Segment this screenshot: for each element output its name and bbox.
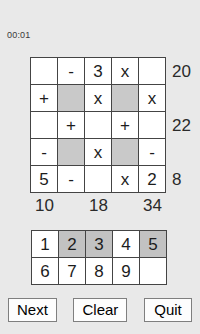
blocked-cell (58, 85, 84, 111)
blocked-cell (112, 85, 138, 111)
button-bar: Next Clear Quit (0, 298, 200, 322)
col-target: 18 (85, 195, 112, 217)
next-button[interactable]: Next (8, 298, 57, 322)
operator-cell: + (31, 85, 57, 111)
operator-cell: + (112, 112, 138, 138)
operator-cell: x (85, 139, 111, 165)
selector-cell[interactable]: 7 (59, 258, 85, 284)
selector-empty-cell (140, 258, 166, 284)
selector-cell[interactable]: 9 (113, 258, 139, 284)
operator-cell: - (58, 166, 84, 192)
col-targets: 10 18 34 (31, 195, 166, 217)
selector-cell[interactable]: 4 (113, 231, 139, 257)
number-cell[interactable] (31, 112, 57, 138)
number-cell[interactable]: 2 (139, 166, 165, 192)
operator-cell: - (31, 139, 57, 165)
operator-cell: x (85, 85, 111, 111)
row-target: 20 (172, 58, 198, 85)
row-targets: 20 22 8 (172, 58, 198, 193)
number-cell[interactable] (139, 58, 165, 84)
blocked-cell (58, 139, 84, 165)
number-cell[interactable] (139, 112, 165, 138)
number-cell[interactable]: 3 (85, 58, 111, 84)
blocked-cell (112, 139, 138, 165)
selector-cell[interactable]: 8 (86, 258, 112, 284)
operator-cell: x (112, 58, 138, 84)
operator-cell: - (139, 139, 165, 165)
operator-cell: x (139, 85, 165, 111)
col-target: 34 (139, 195, 166, 217)
number-cell[interactable] (85, 166, 111, 192)
selector-cell[interactable]: 3 (86, 231, 112, 257)
selector-cell[interactable]: 1 (32, 231, 58, 257)
selector-cell[interactable]: 2 (59, 231, 85, 257)
row-target: 22 (172, 112, 198, 139)
clear-button[interactable]: Clear (73, 298, 127, 322)
timer: 00:01 (7, 30, 31, 40)
number-selector: 123456789 (31, 230, 167, 285)
col-target: 10 (31, 195, 58, 217)
number-cell[interactable] (31, 58, 57, 84)
operator-cell: x (112, 166, 138, 192)
puzzle-grid: -3x+xx++-x-5-x2 (30, 57, 166, 193)
operator-cell: + (58, 112, 84, 138)
selector-cell[interactable]: 5 (140, 231, 166, 257)
quit-button[interactable]: Quit (144, 298, 192, 322)
number-cell[interactable]: 5 (31, 166, 57, 192)
operator-cell: - (58, 58, 84, 84)
row-target: 8 (172, 166, 198, 193)
number-cell[interactable] (85, 112, 111, 138)
selector-cell[interactable]: 6 (32, 258, 58, 284)
